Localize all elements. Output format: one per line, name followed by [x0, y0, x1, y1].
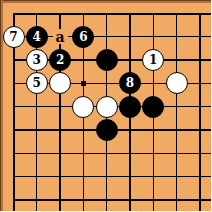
black-stone — [96, 49, 118, 71]
grid-line-horizontal — [13, 199, 212, 200]
go-board-diagram: a74632158 — [0, 0, 211, 211]
move-number: 3 — [33, 54, 41, 66]
move-number: 2 — [56, 54, 64, 66]
white-stone — [72, 96, 94, 118]
frame-bevel-top — [0, 0, 211, 3]
grid-line-horizontal — [13, 153, 212, 154]
black-stone-move-2: 2 — [49, 49, 71, 71]
point-label-a: a — [53, 29, 68, 44]
star-point — [81, 81, 86, 86]
grid-line-vertical — [199, 13, 200, 212]
white-stone — [96, 96, 118, 118]
move-number: 5 — [33, 77, 41, 89]
black-stone-move-6: 6 — [72, 26, 94, 48]
move-number: 1 — [149, 54, 157, 66]
frame-bevel-left — [0, 0, 3, 211]
move-number: 4 — [33, 31, 41, 43]
move-number: 7 — [9, 31, 17, 43]
grid-line-horizontal — [13, 13, 212, 15]
white-stone-move-5: 5 — [26, 72, 48, 94]
black-stone — [119, 96, 141, 118]
grid-line-vertical — [176, 13, 177, 212]
white-stone-move-7: 7 — [3, 26, 25, 48]
move-number: 8 — [126, 77, 134, 89]
black-stone — [142, 96, 164, 118]
white-stone — [49, 72, 71, 94]
grid-line-horizontal — [13, 176, 212, 177]
white-stone-move-1: 1 — [142, 49, 164, 71]
black-stone-move-8: 8 — [119, 72, 141, 94]
black-stone-move-4: 4 — [26, 26, 48, 48]
move-number: 6 — [79, 31, 87, 43]
white-stone — [166, 72, 188, 94]
white-stone-move-3: 3 — [26, 49, 48, 71]
black-stone — [96, 119, 118, 141]
